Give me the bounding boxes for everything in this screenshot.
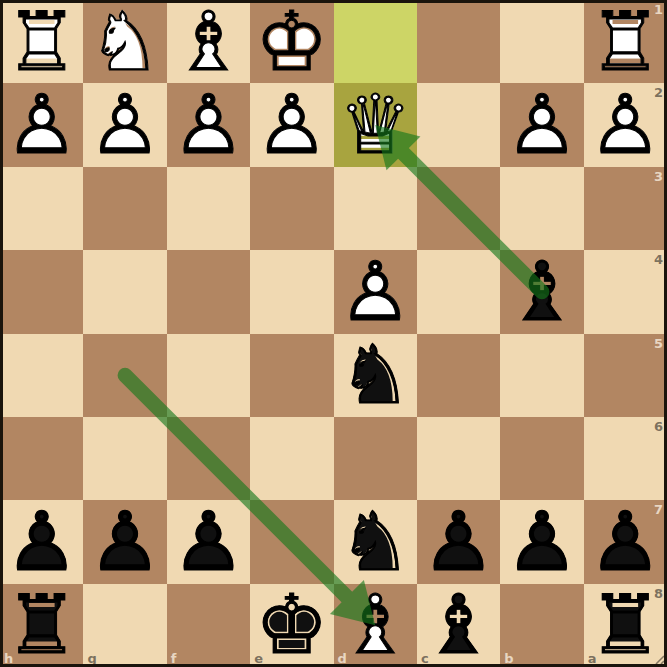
rank-label-3: 3 [654, 169, 663, 184]
square-a4[interactable]: 4 [584, 250, 667, 333]
white-rook[interactable]: ♜♖ [0, 0, 83, 83]
piece-glyph-outline: ♙ [0, 500, 83, 583]
square-b5[interactable] [500, 334, 583, 417]
file-label-d: d [338, 651, 347, 666]
square-e3[interactable] [250, 167, 333, 250]
square-d3[interactable] [334, 167, 417, 250]
file-label-h: h [4, 651, 13, 666]
square-f6[interactable] [167, 417, 250, 500]
square-h3[interactable] [0, 167, 83, 250]
white-king[interactable]: ♚♔ [250, 0, 333, 83]
file-label-g: g [87, 651, 96, 666]
piece-glyph-outline: ♙ [0, 83, 83, 166]
piece-glyph-outline: ♗ [500, 250, 583, 333]
white-knight[interactable]: ♞♘ [83, 0, 166, 83]
white-pawn[interactable]: ♟♙ [500, 83, 583, 166]
piece-glyph-outline: ♔ [250, 0, 333, 83]
white-pawn[interactable]: ♟♙ [250, 83, 333, 166]
piece-glyph-outline: ♗ [417, 584, 500, 667]
square-g6[interactable] [83, 417, 166, 500]
square-g5[interactable] [83, 334, 166, 417]
square-e8[interactable]: e♚♔ [250, 584, 333, 667]
piece-glyph-outline: ♘ [83, 0, 166, 83]
square-a5[interactable]: 5 [584, 334, 667, 417]
square-h5[interactable] [0, 334, 83, 417]
square-a3[interactable]: 3 [584, 167, 667, 250]
white-bishop[interactable]: ♝♗ [167, 0, 250, 83]
square-c4[interactable] [417, 250, 500, 333]
square-g8[interactable]: g [83, 584, 166, 667]
white-pawn[interactable]: ♟♙ [334, 250, 417, 333]
square-c5[interactable] [417, 334, 500, 417]
square-f4[interactable] [167, 250, 250, 333]
file-label-c: c [421, 651, 429, 666]
piece-glyph-outline: ♙ [500, 500, 583, 583]
piece-glyph-outline: ♖ [0, 0, 83, 83]
square-g7[interactable]: ♟♙ [83, 500, 166, 583]
rank-label-8: 8 [654, 586, 663, 601]
square-b4[interactable]: ♝♗ [500, 250, 583, 333]
piece-glyph-outline: ♘ [334, 500, 417, 583]
piece-glyph-outline: ♙ [83, 83, 166, 166]
black-pawn[interactable]: ♟♙ [83, 500, 166, 583]
square-f2[interactable]: ♟♙ [167, 83, 250, 166]
piece-glyph-outline: ♗ [167, 0, 250, 83]
piece-glyph-outline: ♙ [250, 83, 333, 166]
square-f1[interactable]: ♝♗ [167, 0, 250, 83]
square-b3[interactable] [500, 167, 583, 250]
square-d2[interactable]: ♛♕ [334, 83, 417, 166]
square-e2[interactable]: ♟♙ [250, 83, 333, 166]
square-a2[interactable]: 2♟♙ [584, 83, 667, 166]
black-bishop[interactable]: ♝♗ [500, 250, 583, 333]
chess-board-stage: ♜♖♞♘♝♗♚♔1♜♖♟♙♟♙♟♙♟♙♛♕♟♙2♟♙3♟♙♝♗4♞♘56♟♙♟♙… [0, 0, 667, 667]
square-c1[interactable] [417, 0, 500, 83]
black-knight[interactable]: ♞♘ [334, 500, 417, 583]
square-h4[interactable] [0, 250, 83, 333]
square-b8[interactable]: b [500, 584, 583, 667]
square-c8[interactable]: c♝♗ [417, 584, 500, 667]
square-b7[interactable]: ♟♙ [500, 500, 583, 583]
black-pawn[interactable]: ♟♙ [0, 500, 83, 583]
resize-handle-icon[interactable] [651, 651, 665, 665]
square-g2[interactable]: ♟♙ [83, 83, 166, 166]
square-c2[interactable] [417, 83, 500, 166]
black-pawn[interactable]: ♟♙ [500, 500, 583, 583]
square-d1[interactable] [334, 0, 417, 83]
square-d8[interactable]: d♝♗ [334, 584, 417, 667]
square-a7[interactable]: 7♟♙ [584, 500, 667, 583]
square-g4[interactable] [83, 250, 166, 333]
square-h7[interactable]: ♟♙ [0, 500, 83, 583]
rank-label-7: 7 [654, 502, 663, 517]
rank-label-6: 6 [654, 419, 663, 434]
piece-glyph-outline: ♙ [83, 500, 166, 583]
file-label-e: e [254, 651, 263, 666]
white-queen[interactable]: ♛♕ [334, 83, 417, 166]
square-h1[interactable]: ♜♖ [0, 0, 83, 83]
square-g3[interactable] [83, 167, 166, 250]
rank-label-1: 1 [654, 2, 663, 17]
piece-glyph-outline: ♙ [334, 250, 417, 333]
rank-label-5: 5 [654, 336, 663, 351]
white-pawn[interactable]: ♟♙ [167, 83, 250, 166]
square-f3[interactable] [167, 167, 250, 250]
square-e6[interactable] [250, 417, 333, 500]
square-h8[interactable]: h♜♖ [0, 584, 83, 667]
square-f8[interactable]: f [167, 584, 250, 667]
piece-glyph-outline: ♙ [167, 500, 250, 583]
square-e7[interactable] [250, 500, 333, 583]
chess-board: ♜♖♞♘♝♗♚♔1♜♖♟♙♟♙♟♙♟♙♛♕♟♙2♟♙3♟♙♝♗4♞♘56♟♙♟♙… [0, 0, 667, 667]
square-c3[interactable] [417, 167, 500, 250]
square-b6[interactable] [500, 417, 583, 500]
black-bishop[interactable]: ♝♗ [417, 584, 500, 667]
file-label-a: a [588, 651, 597, 666]
white-pawn[interactable]: ♟♙ [0, 83, 83, 166]
square-e5[interactable] [250, 334, 333, 417]
square-b2[interactable]: ♟♙ [500, 83, 583, 166]
piece-glyph-outline: ♙ [500, 83, 583, 166]
square-d6[interactable] [334, 417, 417, 500]
square-a6[interactable]: 6 [584, 417, 667, 500]
file-label-f: f [171, 651, 177, 666]
piece-glyph-outline: ♘ [334, 334, 417, 417]
piece-glyph-outline: ♙ [417, 500, 500, 583]
rank-label-2: 2 [654, 85, 663, 100]
piece-glyph-outline: ♕ [334, 83, 417, 166]
square-h6[interactable] [0, 417, 83, 500]
black-pawn[interactable]: ♟♙ [167, 500, 250, 583]
black-pawn[interactable]: ♟♙ [417, 500, 500, 583]
square-g1[interactable]: ♞♘ [83, 0, 166, 83]
square-d4[interactable]: ♟♙ [334, 250, 417, 333]
square-f7[interactable]: ♟♙ [167, 500, 250, 583]
square-c7[interactable]: ♟♙ [417, 500, 500, 583]
square-c6[interactable] [417, 417, 500, 500]
square-a1[interactable]: 1♜♖ [584, 0, 667, 83]
square-e1[interactable]: ♚♔ [250, 0, 333, 83]
square-b1[interactable] [500, 0, 583, 83]
square-d7[interactable]: ♞♘ [334, 500, 417, 583]
square-f5[interactable] [167, 334, 250, 417]
black-knight[interactable]: ♞♘ [334, 334, 417, 417]
piece-glyph-outline: ♙ [167, 83, 250, 166]
square-d5[interactable]: ♞♘ [334, 334, 417, 417]
square-h2[interactable]: ♟♙ [0, 83, 83, 166]
white-pawn[interactable]: ♟♙ [83, 83, 166, 166]
file-label-b: b [504, 651, 513, 666]
square-e4[interactable] [250, 250, 333, 333]
rank-label-4: 4 [654, 252, 663, 267]
